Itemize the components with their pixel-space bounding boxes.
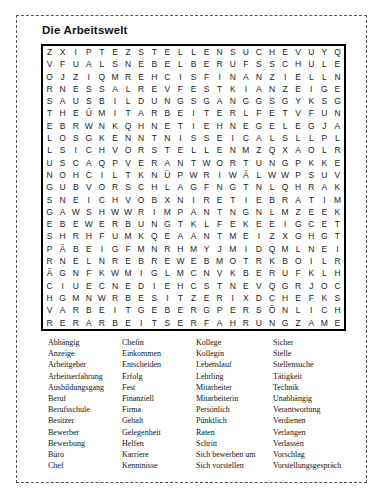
grid-cell[interactable]: D	[252, 243, 265, 255]
grid-cell[interactable]: S	[148, 292, 161, 304]
grid-cell[interactable]: B	[82, 304, 95, 316]
grid-cell[interactable]: E	[213, 108, 226, 120]
grid-cell[interactable]: Z	[187, 292, 200, 304]
grid-cell[interactable]: S	[135, 46, 148, 58]
grid-cell[interactable]: I	[135, 267, 148, 279]
grid-cell[interactable]: H	[148, 71, 161, 83]
grid-cell[interactable]: T	[213, 83, 226, 95]
grid-cell[interactable]: R	[226, 108, 239, 120]
grid-cell[interactable]: K	[305, 157, 318, 169]
grid-cell[interactable]: R	[148, 255, 161, 267]
grid-cell[interactable]: C	[69, 157, 82, 169]
grid-cell[interactable]: F	[82, 267, 95, 279]
grid-cell[interactable]: I	[305, 255, 318, 267]
grid-cell[interactable]: I	[95, 169, 108, 181]
grid-cell[interactable]: E	[161, 46, 174, 58]
grid-cell[interactable]: V	[43, 58, 56, 70]
grid-cell[interactable]: R	[331, 144, 344, 156]
grid-cell[interactable]: P	[174, 206, 187, 218]
grid-cell[interactable]: K	[265, 255, 278, 267]
grid-cell[interactable]: S	[252, 304, 265, 316]
grid-cell[interactable]: H	[213, 120, 226, 132]
grid-cell[interactable]: L	[200, 144, 213, 156]
grid-cell[interactable]: I	[82, 71, 95, 83]
grid-cell[interactable]: R	[331, 255, 344, 267]
grid-cell[interactable]: T	[200, 108, 213, 120]
grid-cell[interactable]: A	[331, 120, 344, 132]
grid-cell[interactable]: Z	[265, 71, 278, 83]
grid-cell[interactable]: I	[148, 280, 161, 292]
grid-cell[interactable]: A	[161, 157, 174, 169]
grid-cell[interactable]: C	[82, 144, 95, 156]
grid-cell[interactable]: R	[43, 317, 56, 329]
grid-cell[interactable]: C	[187, 280, 200, 292]
grid-cell[interactable]: L	[43, 132, 56, 144]
grid-cell[interactable]: G	[292, 218, 305, 230]
grid-cell[interactable]: N	[226, 206, 239, 218]
grid-cell[interactable]: E	[122, 280, 135, 292]
grid-cell[interactable]: H	[69, 169, 82, 181]
grid-cell[interactable]: E	[174, 108, 187, 120]
grid-cell[interactable]: P	[292, 157, 305, 169]
grid-cell[interactable]: I	[95, 243, 108, 255]
grid-cell[interactable]: E	[174, 304, 187, 316]
grid-cell[interactable]: E	[95, 218, 108, 230]
grid-cell[interactable]: Z	[292, 206, 305, 218]
grid-cell[interactable]: U	[69, 58, 82, 70]
grid-cell[interactable]: I	[239, 83, 252, 95]
grid-cell[interactable]: R	[69, 317, 82, 329]
grid-cell[interactable]: Z	[69, 71, 82, 83]
grid-cell[interactable]: H	[95, 206, 108, 218]
grid-cell[interactable]: A	[187, 231, 200, 243]
grid-cell[interactable]: S	[161, 317, 174, 329]
grid-cell[interactable]: E	[252, 194, 265, 206]
grid-cell[interactable]: C	[187, 267, 200, 279]
grid-cell[interactable]: U	[318, 169, 331, 181]
grid-cell[interactable]: U	[279, 267, 292, 279]
grid-cell[interactable]: C	[252, 46, 265, 58]
grid-cell[interactable]: G	[187, 181, 200, 193]
grid-cell[interactable]: V	[292, 46, 305, 58]
grid-cell[interactable]: N	[56, 83, 69, 95]
grid-cell[interactable]: N	[226, 71, 239, 83]
grid-cell[interactable]: G	[279, 157, 292, 169]
grid-cell[interactable]: U	[43, 157, 56, 169]
grid-cell[interactable]: A	[252, 83, 265, 95]
grid-cell[interactable]: E	[135, 58, 148, 70]
grid-cell[interactable]: N	[95, 120, 108, 132]
grid-cell[interactable]: H	[148, 181, 161, 193]
grid-cell[interactable]: G	[226, 181, 239, 193]
grid-cell[interactable]: N	[252, 206, 265, 218]
grid-cell[interactable]: O	[292, 255, 305, 267]
grid-cell[interactable]: K	[331, 181, 344, 193]
grid-cell[interactable]: N	[265, 83, 278, 95]
grid-cell[interactable]: Ä	[239, 169, 252, 181]
grid-cell[interactable]: Ä	[43, 267, 56, 279]
grid-cell[interactable]: O	[95, 181, 108, 193]
grid-cell[interactable]: I	[135, 317, 148, 329]
grid-cell[interactable]: N	[226, 120, 239, 132]
grid-cell[interactable]: S	[305, 169, 318, 181]
grid-cell[interactable]: G	[108, 243, 121, 255]
grid-cell[interactable]: H	[292, 181, 305, 193]
grid-cell[interactable]: E	[187, 83, 200, 95]
grid-cell[interactable]: E	[200, 58, 213, 70]
grid-cell[interactable]: E	[252, 267, 265, 279]
grid-cell[interactable]: U	[69, 95, 82, 107]
grid-cell[interactable]: B	[279, 255, 292, 267]
grid-cell[interactable]: B	[148, 194, 161, 206]
grid-cell[interactable]: W	[108, 267, 121, 279]
grid-cell[interactable]: V	[122, 194, 135, 206]
grid-cell[interactable]: L	[279, 120, 292, 132]
grid-cell[interactable]: E	[213, 132, 226, 144]
grid-cell[interactable]: R	[213, 292, 226, 304]
grid-cell[interactable]: G	[135, 304, 148, 316]
grid-cell[interactable]: O	[122, 144, 135, 156]
grid-cell[interactable]: I	[108, 95, 121, 107]
grid-cell[interactable]: R	[95, 317, 108, 329]
grid-cell[interactable]: L	[292, 243, 305, 255]
grid-cell[interactable]: O	[213, 157, 226, 169]
grid-cell[interactable]: T	[174, 292, 187, 304]
grid-cell[interactable]: N	[148, 120, 161, 132]
grid-cell[interactable]: Q	[279, 181, 292, 193]
grid-cell[interactable]: E	[122, 317, 135, 329]
grid-cell[interactable]: B	[265, 194, 278, 206]
grid-cell[interactable]: D	[252, 292, 265, 304]
grid-cell[interactable]: C	[43, 280, 56, 292]
grid-cell[interactable]: V	[292, 108, 305, 120]
grid-cell[interactable]: B	[135, 255, 148, 267]
grid-cell[interactable]: F	[213, 218, 226, 230]
grid-cell[interactable]: V	[43, 304, 56, 316]
grid-cell[interactable]: S	[200, 132, 213, 144]
grid-cell[interactable]: B	[122, 292, 135, 304]
grid-cell[interactable]: R	[279, 194, 292, 206]
grid-cell[interactable]: T	[174, 120, 187, 132]
grid-cell[interactable]: W	[122, 206, 135, 218]
grid-cell[interactable]: A	[213, 95, 226, 107]
grid-cell[interactable]: N	[56, 255, 69, 267]
grid-cell[interactable]: G	[82, 132, 95, 144]
grid-cell[interactable]: H	[331, 304, 344, 316]
grid-cell[interactable]: T	[43, 108, 56, 120]
grid-cell[interactable]: F	[200, 71, 213, 83]
grid-cell[interactable]: G	[279, 95, 292, 107]
grid-cell[interactable]: J	[305, 280, 318, 292]
grid-cell[interactable]: R	[108, 218, 121, 230]
grid-cell[interactable]: I	[56, 280, 69, 292]
grid-cell[interactable]: E	[161, 231, 174, 243]
grid-cell[interactable]: A	[82, 317, 95, 329]
grid-cell[interactable]: I	[226, 132, 239, 144]
grid-cell[interactable]: A	[292, 144, 305, 156]
grid-cell[interactable]: C	[265, 292, 278, 304]
grid-cell[interactable]: M	[213, 255, 226, 267]
grid-cell[interactable]: L	[265, 206, 278, 218]
grid-cell[interactable]: W	[187, 169, 200, 181]
grid-cell[interactable]: K	[226, 83, 239, 95]
grid-cell[interactable]: M	[331, 194, 344, 206]
grid-cell[interactable]: H	[331, 267, 344, 279]
grid-cell[interactable]: I	[69, 144, 82, 156]
grid-cell[interactable]: M	[279, 206, 292, 218]
grid-cell[interactable]: X	[56, 46, 69, 58]
grid-cell[interactable]: S	[265, 58, 278, 70]
grid-cell[interactable]: Z	[279, 83, 292, 95]
grid-cell[interactable]: G	[200, 95, 213, 107]
grid-cell[interactable]: W	[226, 169, 239, 181]
grid-cell[interactable]: E	[252, 218, 265, 230]
grid-cell[interactable]: H	[292, 58, 305, 70]
grid-cell[interactable]: I	[82, 194, 95, 206]
grid-cell[interactable]: I	[108, 304, 121, 316]
grid-cell[interactable]: U	[56, 181, 69, 193]
grid-cell[interactable]: F	[292, 267, 305, 279]
grid-cell[interactable]: G	[331, 95, 344, 107]
grid-cell[interactable]: N	[148, 169, 161, 181]
grid-cell[interactable]: S	[43, 231, 56, 243]
grid-cell[interactable]: O	[226, 255, 239, 267]
grid-cell[interactable]: A	[318, 181, 331, 193]
grid-cell[interactable]: E	[174, 317, 187, 329]
grid-cell[interactable]: H	[174, 280, 187, 292]
grid-cell[interactable]: B	[108, 317, 121, 329]
grid-cell[interactable]: C	[135, 181, 148, 193]
grid-cell[interactable]: N	[122, 132, 135, 144]
grid-cell[interactable]: L	[187, 46, 200, 58]
grid-cell[interactable]: I	[213, 71, 226, 83]
grid-cell[interactable]: H	[82, 231, 95, 243]
grid-cell[interactable]: W	[200, 157, 213, 169]
grid-cell[interactable]: R	[305, 181, 318, 193]
grid-cell[interactable]: T	[213, 231, 226, 243]
grid-cell[interactable]: K	[187, 218, 200, 230]
grid-cell[interactable]: N	[174, 194, 187, 206]
grid-cell[interactable]: L	[174, 46, 187, 58]
grid-cell[interactable]: V	[161, 83, 174, 95]
grid-cell[interactable]: E	[174, 144, 187, 156]
grid-cell[interactable]: N	[69, 267, 82, 279]
grid-cell[interactable]: L	[331, 132, 344, 144]
grid-cell[interactable]: U	[252, 317, 265, 329]
grid-cell[interactable]: N	[82, 292, 95, 304]
grid-cell[interactable]: E	[108, 132, 121, 144]
grid-cell[interactable]: E	[161, 255, 174, 267]
grid-cell[interactable]: R	[43, 83, 56, 95]
grid-cell[interactable]: E	[161, 120, 174, 132]
grid-cell[interactable]: M	[187, 243, 200, 255]
grid-cell[interactable]: Z	[252, 144, 265, 156]
grid-cell[interactable]: B	[161, 304, 174, 316]
grid-cell[interactable]: S	[56, 144, 69, 156]
grid-cell[interactable]: N	[200, 267, 213, 279]
grid-cell[interactable]: N	[200, 206, 213, 218]
grid-cell[interactable]: J	[213, 243, 226, 255]
grid-cell[interactable]: N	[265, 317, 278, 329]
grid-cell[interactable]: F	[174, 83, 187, 95]
grid-cell[interactable]: I	[279, 71, 292, 83]
grid-cell[interactable]: E	[69, 218, 82, 230]
grid-cell[interactable]: E	[318, 206, 331, 218]
grid-cell[interactable]: E	[200, 292, 213, 304]
grid-cell[interactable]: H	[174, 243, 187, 255]
grid-cell[interactable]: I	[305, 304, 318, 316]
grid-cell[interactable]: E	[122, 255, 135, 267]
grid-cell[interactable]: Y	[292, 95, 305, 107]
grid-cell[interactable]: I	[187, 194, 200, 206]
grid-cell[interactable]: E	[69, 255, 82, 267]
grid-cell[interactable]: L	[122, 83, 135, 95]
grid-cell[interactable]: C	[305, 218, 318, 230]
grid-cell[interactable]: E	[265, 108, 278, 120]
grid-cell[interactable]: T	[148, 46, 161, 58]
grid-cell[interactable]: E	[318, 243, 331, 255]
grid-cell[interactable]: A	[82, 58, 95, 70]
grid-cell[interactable]: N	[265, 157, 278, 169]
grid-cell[interactable]: O	[56, 132, 69, 144]
grid-cell[interactable]: L	[305, 71, 318, 83]
grid-cell[interactable]: R	[200, 194, 213, 206]
grid-cell[interactable]: L	[318, 255, 331, 267]
grid-cell[interactable]: T	[239, 157, 252, 169]
grid-cell[interactable]: B	[69, 181, 82, 193]
grid-cell[interactable]: E	[95, 304, 108, 316]
grid-cell[interactable]: S	[148, 144, 161, 156]
grid-cell[interactable]: S	[69, 132, 82, 144]
grid-cell[interactable]: R	[200, 169, 213, 181]
grid-cell[interactable]: Q	[265, 243, 278, 255]
grid-cell[interactable]: W	[82, 120, 95, 132]
grid-cell[interactable]: H	[95, 144, 108, 156]
grid-cell[interactable]: S	[331, 292, 344, 304]
grid-cell[interactable]: L	[252, 169, 265, 181]
grid-cell[interactable]: L	[174, 58, 187, 70]
grid-cell[interactable]: L	[161, 181, 174, 193]
grid-cell[interactable]: Z	[43, 46, 56, 58]
grid-cell[interactable]: N	[95, 255, 108, 267]
grid-cell[interactable]: U	[239, 46, 252, 58]
grid-cell[interactable]: A	[252, 132, 265, 144]
grid-cell[interactable]: N	[252, 181, 265, 193]
grid-cell[interactable]: N	[226, 144, 239, 156]
grid-cell[interactable]: Z	[292, 317, 305, 329]
grid-cell[interactable]: M	[318, 317, 331, 329]
grid-cell[interactable]: G	[239, 95, 252, 107]
grid-cell[interactable]: E	[200, 46, 213, 58]
grid-cell[interactable]: G	[305, 120, 318, 132]
grid-cell[interactable]: F	[200, 181, 213, 193]
grid-cell[interactable]: R	[265, 267, 278, 279]
grid-cell[interactable]: C	[331, 280, 344, 292]
grid-cell[interactable]: T	[213, 206, 226, 218]
grid-cell[interactable]: N	[56, 194, 69, 206]
grid-cell[interactable]: I	[69, 46, 82, 58]
grid-cell[interactable]: M	[135, 243, 148, 255]
grid-cell[interactable]: M	[95, 108, 108, 120]
grid-cell[interactable]: R	[135, 206, 148, 218]
grid-cell[interactable]: T	[226, 194, 239, 206]
grid-cell[interactable]: R	[69, 120, 82, 132]
grid-cell[interactable]: C	[95, 194, 108, 206]
grid-cell[interactable]: R	[239, 304, 252, 316]
grid-cell[interactable]: T	[239, 255, 252, 267]
grid-cell[interactable]: R	[43, 255, 56, 267]
grid-cell[interactable]: I	[318, 194, 331, 206]
grid-cell[interactable]: Y	[318, 46, 331, 58]
grid-cell[interactable]: G	[148, 267, 161, 279]
grid-cell[interactable]: P	[318, 132, 331, 144]
grid-cell[interactable]: I	[174, 132, 187, 144]
grid-cell[interactable]: F	[56, 58, 69, 70]
grid-cell[interactable]: N	[305, 243, 318, 255]
grid-cell[interactable]: G	[200, 304, 213, 316]
grid-cell[interactable]: N	[331, 108, 344, 120]
grid-cell[interactable]: E	[265, 120, 278, 132]
grid-cell[interactable]: H	[56, 108, 69, 120]
grid-cell[interactable]: I	[252, 231, 265, 243]
grid-cell[interactable]: E	[226, 304, 239, 316]
grid-cell[interactable]: S	[108, 58, 121, 70]
grid-cell[interactable]: G	[292, 231, 305, 243]
grid-cell[interactable]: P	[43, 243, 56, 255]
grid-cell[interactable]: E	[279, 46, 292, 58]
grid-cell[interactable]: H	[43, 292, 56, 304]
grid-cell[interactable]: L	[318, 267, 331, 279]
grid-cell[interactable]: T	[148, 317, 161, 329]
grid-cell[interactable]: C	[239, 132, 252, 144]
grid-cell[interactable]: J	[318, 120, 331, 132]
grid-cell[interactable]: A	[56, 95, 69, 107]
grid-cell[interactable]: W	[279, 169, 292, 181]
grid-cell[interactable]: L	[161, 267, 174, 279]
grid-cell[interactable]: R	[122, 71, 135, 83]
grid-cell[interactable]: X	[161, 194, 174, 206]
grid-cell[interactable]: R	[135, 144, 148, 156]
grid-cell[interactable]: W	[82, 218, 95, 230]
grid-cell[interactable]: E	[82, 243, 95, 255]
grid-cell[interactable]: S	[82, 83, 95, 95]
grid-cell[interactable]: N	[148, 243, 161, 255]
grid-cell[interactable]: P	[174, 169, 187, 181]
grid-cell[interactable]: N	[226, 280, 239, 292]
grid-cell[interactable]: A	[174, 181, 187, 193]
grid-cell[interactable]: G	[161, 218, 174, 230]
grid-cell[interactable]: V	[252, 280, 265, 292]
grid-cell[interactable]: R	[69, 231, 82, 243]
grid-cell[interactable]: F	[200, 317, 213, 329]
grid-cell[interactable]: T	[331, 231, 344, 243]
grid-cell[interactable]: Z	[265, 231, 278, 243]
grid-cell[interactable]: R	[213, 58, 226, 70]
grid-cell[interactable]: E	[148, 304, 161, 316]
grid-cell[interactable]: G	[318, 83, 331, 95]
grid-cell[interactable]: K	[135, 231, 148, 243]
grid-cell[interactable]: D	[135, 280, 148, 292]
grid-cell[interactable]: E	[239, 280, 252, 292]
grid-cell[interactable]: E	[56, 317, 69, 329]
grid-cell[interactable]: L	[82, 255, 95, 267]
grid-cell[interactable]: F	[305, 108, 318, 120]
grid-cell[interactable]: G	[252, 95, 265, 107]
grid-cell[interactable]: M	[174, 267, 187, 279]
grid-cell[interactable]: H	[135, 120, 148, 132]
grid-cell[interactable]: S	[43, 194, 56, 206]
grid-cell[interactable]: K	[95, 267, 108, 279]
